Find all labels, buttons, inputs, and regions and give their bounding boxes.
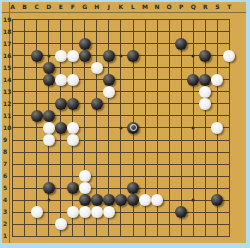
- stone-white-E16[interactable]: [55, 50, 67, 62]
- column-label: F: [71, 4, 75, 10]
- stone-white-F16[interactable]: [67, 50, 79, 62]
- stone-white-G3[interactable]: [79, 206, 91, 218]
- grid-hline: [12, 176, 230, 177]
- stone-black-E10[interactable]: [55, 122, 67, 134]
- stone-black-G4[interactable]: [79, 194, 91, 206]
- grid-hline: [12, 224, 230, 225]
- label-strip-line-left: [9, 2, 10, 243]
- column-label: D: [46, 4, 51, 10]
- stone-black-J14[interactable]: [103, 74, 115, 86]
- stone-black-H4[interactable]: [91, 194, 103, 206]
- column-label: S: [215, 4, 219, 10]
- stone-white-E14[interactable]: [55, 74, 67, 86]
- column-label: G: [82, 4, 87, 10]
- stone-white-H15[interactable]: [91, 62, 103, 74]
- stone-black-P17[interactable]: [175, 38, 187, 50]
- row-label: 1: [3, 233, 7, 239]
- column-label: N: [155, 4, 160, 10]
- stone-black-L5[interactable]: [127, 182, 139, 194]
- stone-black-D15[interactable]: [43, 62, 55, 74]
- row-label: 6: [3, 173, 7, 179]
- column-label: T: [227, 4, 231, 10]
- column-label: E: [59, 4, 63, 10]
- stone-black-D11[interactable]: [43, 110, 55, 122]
- stone-white-T16[interactable]: [223, 50, 235, 62]
- row-label: 5: [3, 185, 7, 191]
- star-point: [47, 54, 50, 57]
- stone-black-K4[interactable]: [115, 194, 127, 206]
- stone-black-R16[interactable]: [199, 50, 211, 62]
- star-point: [47, 199, 50, 202]
- column-label: L: [131, 4, 135, 10]
- column-label: R: [203, 4, 208, 10]
- star-point: [119, 54, 122, 57]
- stone-white-G6[interactable]: [79, 170, 91, 182]
- stone-white-C3[interactable]: [31, 206, 43, 218]
- stone-white-M4[interactable]: [139, 194, 151, 206]
- stone-black-L10[interactable]: [127, 122, 139, 134]
- row-label: 13: [3, 89, 11, 95]
- row-label: 17: [3, 41, 11, 47]
- column-label: O: [167, 4, 172, 10]
- column-label: H: [94, 4, 99, 10]
- row-label: 3: [3, 209, 7, 215]
- stone-white-F3[interactable]: [67, 206, 79, 218]
- stone-black-P3[interactable]: [175, 206, 187, 218]
- star-point: [192, 54, 195, 57]
- row-label: 7: [3, 161, 7, 167]
- row-label: 10: [3, 125, 11, 131]
- column-label: Q: [191, 4, 196, 10]
- row-label: 12: [3, 101, 11, 107]
- stone-black-C11[interactable]: [31, 110, 43, 122]
- grid-hline: [12, 212, 230, 213]
- star-point: [192, 199, 195, 202]
- star-point: [119, 126, 122, 129]
- stone-white-N4[interactable]: [151, 194, 163, 206]
- stone-black-J4[interactable]: [103, 194, 115, 206]
- row-label: 2: [3, 221, 7, 227]
- row-label: 14: [3, 77, 11, 83]
- stone-black-J16[interactable]: [103, 50, 115, 62]
- column-label: A: [10, 4, 15, 10]
- row-label: 18: [3, 29, 11, 35]
- stone-black-F12[interactable]: [67, 98, 79, 110]
- stone-black-C16[interactable]: [31, 50, 43, 62]
- stone-black-D5[interactable]: [43, 182, 55, 194]
- stone-white-F14[interactable]: [67, 74, 79, 86]
- stone-white-S10[interactable]: [211, 122, 223, 134]
- stone-black-L16[interactable]: [127, 50, 139, 62]
- stone-white-H3[interactable]: [91, 206, 103, 218]
- stone-white-D10[interactable]: [43, 122, 55, 134]
- stone-black-Q14[interactable]: [187, 74, 199, 86]
- grid-hline: [12, 164, 230, 165]
- stone-black-R14[interactable]: [199, 74, 211, 86]
- stone-white-J3[interactable]: [103, 206, 115, 218]
- stone-black-F5[interactable]: [67, 182, 79, 194]
- row-label: 16: [3, 53, 11, 59]
- stone-white-D9[interactable]: [43, 134, 55, 146]
- column-label: C: [34, 4, 38, 10]
- row-label: 11: [3, 113, 11, 119]
- stone-white-F10[interactable]: [67, 122, 79, 134]
- grid-hline: [12, 236, 230, 237]
- column-label: M: [142, 4, 148, 10]
- column-label: P: [179, 4, 183, 10]
- column-label: K: [119, 4, 124, 10]
- stone-black-G17[interactable]: [79, 38, 91, 50]
- stone-black-D14[interactable]: [43, 74, 55, 86]
- row-label: 8: [3, 149, 7, 155]
- row-label: 19: [3, 17, 11, 23]
- stone-white-J13[interactable]: [103, 86, 115, 98]
- stone-black-H12[interactable]: [91, 98, 103, 110]
- column-label: J: [108, 4, 110, 10]
- star-point: [192, 126, 195, 129]
- go-board[interactable]: ABCDEFGHJKLMNOPQRST191817161514131211109…: [2, 2, 246, 243]
- stone-white-S14[interactable]: [211, 74, 223, 86]
- stone-white-F9[interactable]: [67, 134, 79, 146]
- grid-vline: [169, 19, 170, 237]
- grid-vline: [181, 19, 182, 237]
- label-strip-line-top: [2, 12, 246, 13]
- row-label: 9: [3, 137, 7, 143]
- stone-black-L4[interactable]: [127, 194, 139, 206]
- row-label: 4: [3, 197, 7, 203]
- stone-white-G5[interactable]: [79, 182, 91, 194]
- stone-black-S4[interactable]: [211, 194, 223, 206]
- row-label: 15: [3, 65, 11, 71]
- stone-white-R12[interactable]: [199, 98, 211, 110]
- stone-white-R13[interactable]: [199, 86, 211, 98]
- stone-white-E2[interactable]: [55, 218, 67, 230]
- stone-black-E12[interactable]: [55, 98, 67, 110]
- stone-black-G16[interactable]: [79, 50, 91, 62]
- window-frame: ABCDEFGHJKLMNOPQRST191817161514131211109…: [0, 0, 250, 248]
- column-label: B: [22, 4, 27, 10]
- grid-hline: [12, 152, 230, 153]
